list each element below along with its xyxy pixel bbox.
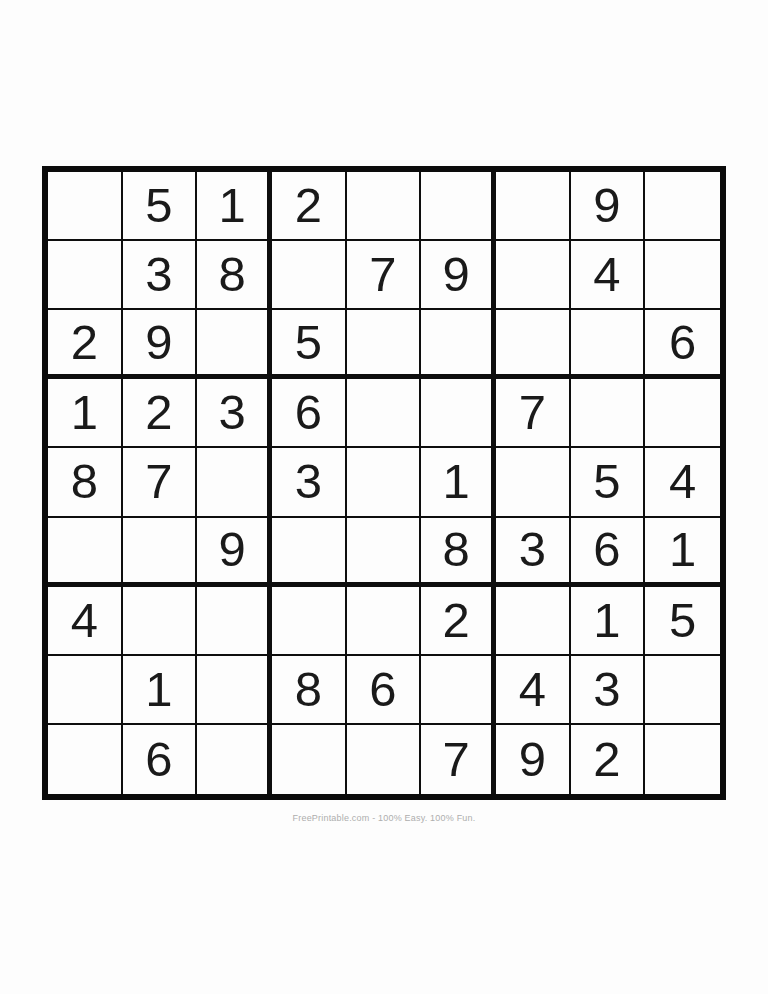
sudoku-board: 5129387942956123678731549836142151864367… — [42, 166, 726, 800]
cell-r3c9[interactable]: 6 — [645, 310, 720, 379]
cell-r7c9[interactable]: 5 — [645, 587, 720, 656]
cell-r1c2[interactable]: 5 — [123, 172, 198, 241]
cell-r3c6[interactable] — [421, 310, 496, 379]
cell-r6c3[interactable]: 9 — [197, 518, 272, 587]
cell-r9c9[interactable] — [645, 725, 720, 794]
cell-r1c9[interactable] — [645, 172, 720, 241]
cell-r8c9[interactable] — [645, 656, 720, 725]
cell-r8c5[interactable]: 6 — [347, 656, 422, 725]
cell-r8c1[interactable] — [48, 656, 123, 725]
cell-r6c5[interactable] — [347, 518, 422, 587]
cell-r1c5[interactable] — [347, 172, 422, 241]
cell-r4c9[interactable] — [645, 379, 720, 448]
cell-r6c4[interactable] — [272, 518, 347, 587]
cell-r4c6[interactable] — [421, 379, 496, 448]
cell-r5c1[interactable]: 8 — [48, 448, 123, 517]
cell-r4c8[interactable] — [571, 379, 646, 448]
cell-r2c3[interactable]: 8 — [197, 241, 272, 310]
cell-r1c6[interactable] — [421, 172, 496, 241]
cell-r5c5[interactable] — [347, 448, 422, 517]
footer-tagline: FreePrintable.com - 100% Easy. 100% Fun. — [0, 813, 768, 823]
cell-r4c4[interactable]: 6 — [272, 379, 347, 448]
cell-r7c4[interactable] — [272, 587, 347, 656]
cell-r5c6[interactable]: 1 — [421, 448, 496, 517]
cell-r8c2[interactable]: 1 — [123, 656, 198, 725]
cell-r2c8[interactable]: 4 — [571, 241, 646, 310]
cell-r3c5[interactable] — [347, 310, 422, 379]
cell-r7c2[interactable] — [123, 587, 198, 656]
cell-r4c1[interactable]: 1 — [48, 379, 123, 448]
cell-r3c7[interactable] — [496, 310, 571, 379]
cell-r3c8[interactable] — [571, 310, 646, 379]
cell-r1c7[interactable] — [496, 172, 571, 241]
cell-r6c6[interactable]: 8 — [421, 518, 496, 587]
cell-r3c1[interactable]: 2 — [48, 310, 123, 379]
cell-r6c9[interactable]: 1 — [645, 518, 720, 587]
cell-r2c7[interactable] — [496, 241, 571, 310]
cell-r4c5[interactable] — [347, 379, 422, 448]
cell-r9c7[interactable]: 9 — [496, 725, 571, 794]
cell-r4c7[interactable]: 7 — [496, 379, 571, 448]
cell-r7c3[interactable] — [197, 587, 272, 656]
cell-r7c8[interactable]: 1 — [571, 587, 646, 656]
cell-r6c1[interactable] — [48, 518, 123, 587]
cell-r4c3[interactable]: 3 — [197, 379, 272, 448]
cell-r5c8[interactable]: 5 — [571, 448, 646, 517]
cell-r9c2[interactable]: 6 — [123, 725, 198, 794]
cell-r9c3[interactable] — [197, 725, 272, 794]
cell-r6c7[interactable]: 3 — [496, 518, 571, 587]
cell-r5c7[interactable] — [496, 448, 571, 517]
cell-r1c8[interactable]: 9 — [571, 172, 646, 241]
cell-r7c5[interactable] — [347, 587, 422, 656]
cell-r2c4[interactable] — [272, 241, 347, 310]
cell-r8c3[interactable] — [197, 656, 272, 725]
cell-r5c2[interactable]: 7 — [123, 448, 198, 517]
cell-r3c4[interactable]: 5 — [272, 310, 347, 379]
cell-r9c5[interactable] — [347, 725, 422, 794]
cell-r9c6[interactable]: 7 — [421, 725, 496, 794]
cell-r8c7[interactable]: 4 — [496, 656, 571, 725]
cell-r7c7[interactable] — [496, 587, 571, 656]
cell-r7c1[interactable]: 4 — [48, 587, 123, 656]
cell-r3c3[interactable] — [197, 310, 272, 379]
cell-r8c6[interactable] — [421, 656, 496, 725]
cell-r2c6[interactable]: 9 — [421, 241, 496, 310]
cell-r9c8[interactable]: 2 — [571, 725, 646, 794]
cell-r5c3[interactable] — [197, 448, 272, 517]
cell-r1c1[interactable] — [48, 172, 123, 241]
cell-r2c2[interactable]: 3 — [123, 241, 198, 310]
cell-r4c2[interactable]: 2 — [123, 379, 198, 448]
cell-r2c1[interactable] — [48, 241, 123, 310]
cell-r5c4[interactable]: 3 — [272, 448, 347, 517]
cell-r9c4[interactable] — [272, 725, 347, 794]
cell-r5c9[interactable]: 4 — [645, 448, 720, 517]
cell-r6c2[interactable] — [123, 518, 198, 587]
cell-r6c8[interactable]: 6 — [571, 518, 646, 587]
cell-r8c4[interactable]: 8 — [272, 656, 347, 725]
printable-sudoku-page: 5129387942956123678731549836142151864367… — [0, 0, 768, 994]
cell-r1c3[interactable]: 1 — [197, 172, 272, 241]
cell-r2c5[interactable]: 7 — [347, 241, 422, 310]
cell-r8c8[interactable]: 3 — [571, 656, 646, 725]
cell-r3c2[interactable]: 9 — [123, 310, 198, 379]
cell-r7c6[interactable]: 2 — [421, 587, 496, 656]
cell-r1c4[interactable]: 2 — [272, 172, 347, 241]
cell-r9c1[interactable] — [48, 725, 123, 794]
cell-r2c9[interactable] — [645, 241, 720, 310]
